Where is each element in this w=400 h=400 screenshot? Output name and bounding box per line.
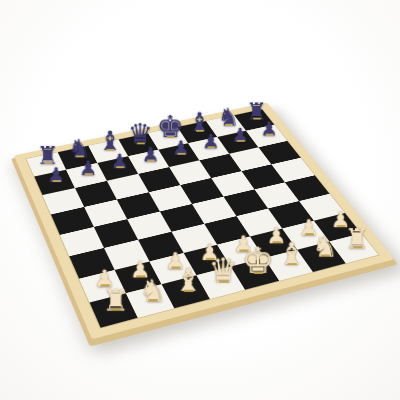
piece-black-pawn[interactable]: ♟ bbox=[134, 141, 166, 165]
gold-band-accent bbox=[219, 280, 229, 283]
piece-white-bishop[interactable]: ♝ bbox=[273, 234, 310, 270]
gold-band-accent bbox=[111, 308, 121, 311]
gold-band-accent bbox=[265, 133, 273, 135]
piece-black-pawn[interactable]: ♟ bbox=[72, 155, 105, 179]
piece-white-king[interactable]: ♚ bbox=[239, 236, 276, 279]
piece-white-knight[interactable]: ♞ bbox=[307, 227, 343, 261]
gold-band-accent bbox=[320, 254, 330, 257]
chessboard-frame: ♜♞♝♛♚♝♞♜♟♟♟♟♟♟♟♟♟♟♟♟♟♟♟♟♜♞♝♛♚♝♞♜ bbox=[14, 103, 394, 340]
piece-white-rook[interactable]: ♜ bbox=[339, 220, 375, 253]
piece-black-pawn[interactable]: ♟ bbox=[103, 148, 136, 172]
board-scene: ♜♞♝♛♚♝♞♜♟♟♟♟♟♟♟♟♟♟♟♟♟♟♟♟♜♞♝♛♚♝♞♜ bbox=[0, 0, 400, 400]
piece-black-pawn[interactable]: ♟ bbox=[165, 135, 197, 159]
product-photo-background: ♜♞♝♛♚♝♞♜♟♟♟♟♟♟♟♟♟♟♟♟♟♟♟♟♜♞♝♛♚♝♞♜ bbox=[0, 0, 400, 400]
gold-band-accent bbox=[253, 271, 263, 274]
gold-band-accent bbox=[236, 139, 244, 141]
gold-band-accent bbox=[287, 263, 297, 266]
piece-white-knight[interactable]: ♞ bbox=[133, 270, 171, 306]
gold-band-accent bbox=[177, 152, 185, 154]
gold-band-accent bbox=[146, 159, 155, 161]
gold-band-accent bbox=[183, 289, 193, 292]
gold-band-accent bbox=[115, 166, 124, 168]
piece-white-queen[interactable]: ♛ bbox=[205, 248, 242, 288]
gold-band-accent bbox=[52, 180, 61, 182]
piece-white-rook[interactable]: ♜ bbox=[97, 280, 136, 315]
chessboard: ♜♞♝♛♚♝♞♜♟♟♟♟♟♟♟♟♟♟♟♟♟♟♟♟♜♞♝♛♚♝♞♜ bbox=[27, 109, 379, 327]
gold-band-accent bbox=[84, 173, 93, 175]
gold-band-accent bbox=[147, 298, 157, 301]
piece-black-pawn[interactable]: ♟ bbox=[224, 122, 256, 145]
piece-black-pawn[interactable]: ♟ bbox=[253, 116, 284, 139]
square-a1[interactable]: ♜ bbox=[90, 293, 138, 327]
piece-black-pawn[interactable]: ♟ bbox=[40, 162, 73, 186]
gold-band-accent bbox=[352, 246, 362, 249]
gold-band-accent bbox=[207, 146, 215, 148]
piece-white-bishop[interactable]: ♝ bbox=[169, 260, 207, 297]
piece-black-pawn[interactable]: ♟ bbox=[195, 129, 227, 152]
